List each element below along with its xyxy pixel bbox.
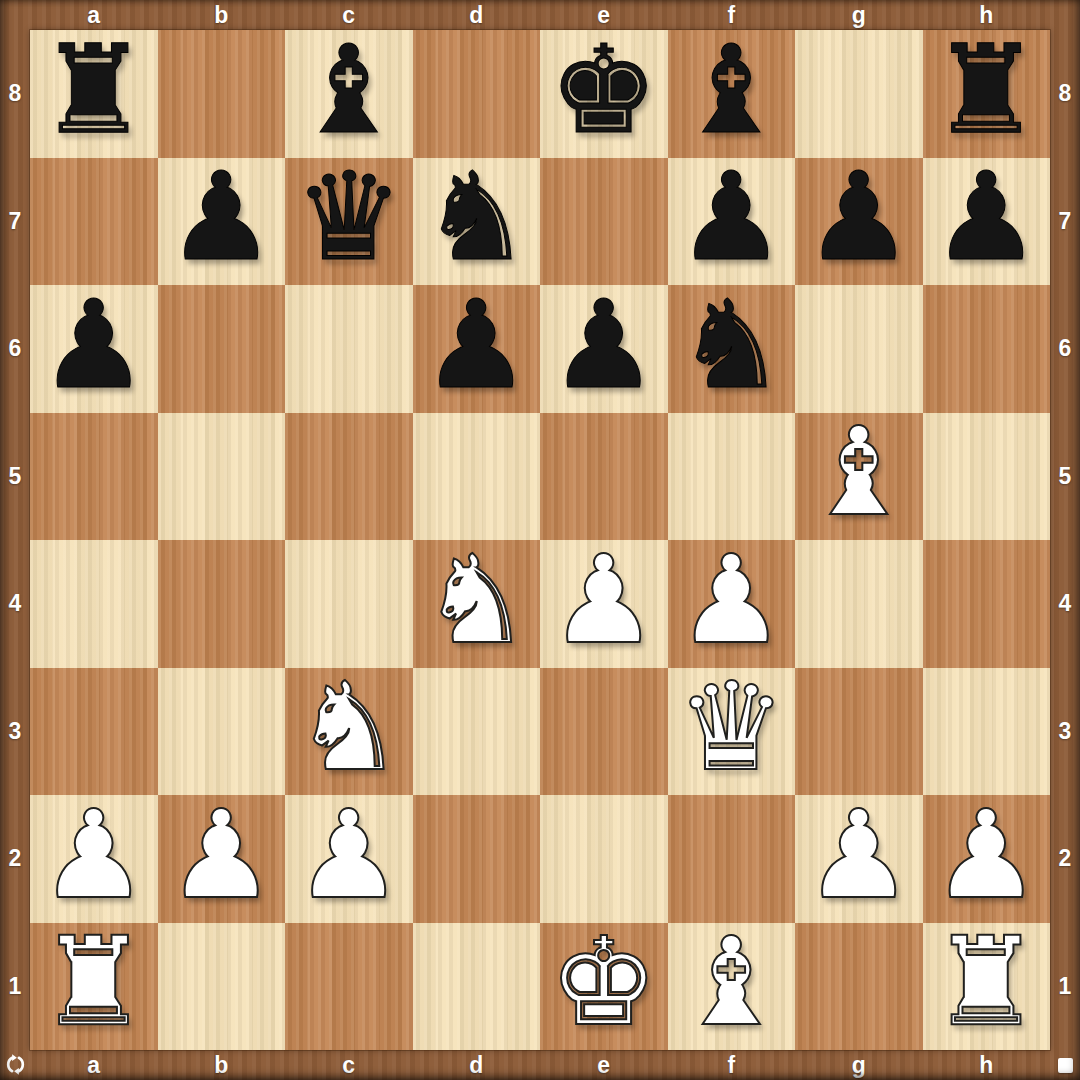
rank-label-3: 3: [1050, 668, 1080, 796]
square-f4[interactable]: ♟: [668, 540, 796, 668]
chess-board[interactable]: ♜♝♚♝♜♟♛♞♟♟♟♟♟♟♞♝♞♟♟♞♛♟♟♟♟♟♜♚♝♜: [30, 30, 1050, 1050]
square-h2[interactable]: ♟: [923, 795, 1051, 923]
white-pawn-f4[interactable]: ♟: [677, 539, 786, 661]
square-c7[interactable]: ♛: [285, 158, 413, 286]
square-a7[interactable]: [30, 158, 158, 286]
square-h5[interactable]: [923, 413, 1051, 541]
rank-label-6: 6: [1050, 285, 1080, 413]
square-e3[interactable]: [540, 668, 668, 796]
square-f3[interactable]: ♛: [668, 668, 796, 796]
white-pawn-c2[interactable]: ♟: [294, 794, 403, 916]
square-g6[interactable]: [795, 285, 923, 413]
square-a2[interactable]: ♟: [30, 795, 158, 923]
black-pawn-g7[interactable]: ♟: [804, 156, 913, 278]
flip-board-button[interactable]: [4, 1053, 27, 1076]
white-to-move-indicator: [1058, 1058, 1073, 1073]
black-queen-c7[interactable]: ♛: [294, 156, 403, 278]
chess-board-frame: abcdefgh abcdefgh 87654321 87654321 ♜♝♚♝…: [0, 0, 1080, 1080]
square-h3[interactable]: [923, 668, 1051, 796]
square-d7[interactable]: ♞: [413, 158, 541, 286]
file-label-h: h: [923, 1050, 1051, 1080]
square-b7[interactable]: ♟: [158, 158, 286, 286]
file-label-e: e: [540, 1050, 668, 1080]
white-bishop-g5[interactable]: ♝: [804, 411, 913, 533]
square-g7[interactable]: ♟: [795, 158, 923, 286]
rank-label-7: 7: [1050, 158, 1080, 286]
file-label-d: d: [413, 0, 541, 30]
file-label-f: f: [668, 1050, 796, 1080]
rank-label-5: 5: [1050, 413, 1080, 541]
white-queen-f3[interactable]: ♛: [677, 666, 786, 788]
black-rook-h8[interactable]: ♜: [932, 29, 1041, 151]
square-b1[interactable]: [158, 923, 286, 1051]
white-rook-a1[interactable]: ♜: [39, 921, 148, 1043]
square-g1[interactable]: [795, 923, 923, 1051]
square-b6[interactable]: [158, 285, 286, 413]
white-pawn-h2[interactable]: ♟: [932, 794, 1041, 916]
black-pawn-e6[interactable]: ♟: [549, 284, 658, 406]
file-label-g: g: [795, 0, 923, 30]
white-knight-c3[interactable]: ♞: [294, 666, 403, 788]
file-labels-top: abcdefgh: [30, 0, 1050, 30]
square-d8[interactable]: [413, 30, 541, 158]
square-h4[interactable]: [923, 540, 1051, 668]
square-g3[interactable]: [795, 668, 923, 796]
square-h7[interactable]: ♟: [923, 158, 1051, 286]
square-b5[interactable]: [158, 413, 286, 541]
square-e8[interactable]: ♚: [540, 30, 668, 158]
square-c8[interactable]: ♝: [285, 30, 413, 158]
square-h8[interactable]: ♜: [923, 30, 1051, 158]
rank-labels-left: 87654321: [0, 30, 30, 1050]
flip-board-icon: [4, 1053, 27, 1076]
square-c5[interactable]: [285, 413, 413, 541]
rank-label-4: 4: [0, 540, 30, 668]
square-a6[interactable]: ♟: [30, 285, 158, 413]
square-e5[interactable]: [540, 413, 668, 541]
square-f7[interactable]: ♟: [668, 158, 796, 286]
square-d6[interactable]: ♟: [413, 285, 541, 413]
black-bishop-c8[interactable]: ♝: [294, 29, 403, 151]
square-c4[interactable]: [285, 540, 413, 668]
square-c3[interactable]: ♞: [285, 668, 413, 796]
square-a3[interactable]: [30, 668, 158, 796]
rank-label-2: 2: [1050, 795, 1080, 923]
square-g2[interactable]: ♟: [795, 795, 923, 923]
black-pawn-f7[interactable]: ♟: [677, 156, 786, 278]
square-b4[interactable]: [158, 540, 286, 668]
white-pawn-a2[interactable]: ♟: [39, 794, 148, 916]
rank-label-3: 3: [0, 668, 30, 796]
white-rook-h1[interactable]: ♜: [932, 921, 1041, 1043]
black-pawn-d6[interactable]: ♟: [422, 284, 531, 406]
rank-label-1: 1: [0, 923, 30, 1051]
black-pawn-a6[interactable]: ♟: [39, 284, 148, 406]
square-e7[interactable]: [540, 158, 668, 286]
square-g4[interactable]: [795, 540, 923, 668]
file-label-a: a: [30, 1050, 158, 1080]
rank-label-8: 8: [1050, 30, 1080, 158]
square-f2[interactable]: [668, 795, 796, 923]
square-a8[interactable]: ♜: [30, 30, 158, 158]
square-g5[interactable]: ♝: [795, 413, 923, 541]
file-label-g: g: [795, 1050, 923, 1080]
black-bishop-f8[interactable]: ♝: [677, 29, 786, 151]
white-pawn-b2[interactable]: ♟: [167, 794, 276, 916]
rank-label-4: 4: [1050, 540, 1080, 668]
square-f5[interactable]: [668, 413, 796, 541]
square-d5[interactable]: [413, 413, 541, 541]
rank-labels-right: 87654321: [1050, 30, 1080, 1050]
black-king-e8[interactable]: ♚: [549, 29, 658, 151]
white-pawn-g2[interactable]: ♟: [804, 794, 913, 916]
rank-label-6: 6: [0, 285, 30, 413]
square-b3[interactable]: [158, 668, 286, 796]
file-label-d: d: [413, 1050, 541, 1080]
square-f1[interactable]: ♝: [668, 923, 796, 1051]
square-c6[interactable]: [285, 285, 413, 413]
white-bishop-f1[interactable]: ♝: [677, 921, 786, 1043]
square-a1[interactable]: ♜: [30, 923, 158, 1051]
square-d2[interactable]: [413, 795, 541, 923]
file-label-b: b: [158, 0, 286, 30]
square-e6[interactable]: ♟: [540, 285, 668, 413]
square-e2[interactable]: [540, 795, 668, 923]
square-h1[interactable]: ♜: [923, 923, 1051, 1051]
square-c1[interactable]: [285, 923, 413, 1051]
black-knight-d7[interactable]: ♞: [422, 156, 531, 278]
rank-label-1: 1: [1050, 923, 1080, 1051]
white-pawn-e4[interactable]: ♟: [549, 539, 658, 661]
black-pawn-b7[interactable]: ♟: [167, 156, 276, 278]
square-e4[interactable]: ♟: [540, 540, 668, 668]
file-labels-bottom: abcdefgh: [30, 1050, 1050, 1080]
square-d3[interactable]: [413, 668, 541, 796]
white-king-e1[interactable]: ♚: [549, 921, 658, 1043]
rank-label-7: 7: [0, 158, 30, 286]
rank-label-2: 2: [0, 795, 30, 923]
square-h6[interactable]: [923, 285, 1051, 413]
file-label-c: c: [285, 1050, 413, 1080]
rank-label-5: 5: [0, 413, 30, 541]
square-f8[interactable]: ♝: [668, 30, 796, 158]
rank-label-8: 8: [0, 30, 30, 158]
black-rook-a8[interactable]: ♜: [39, 29, 148, 151]
white-knight-d4[interactable]: ♞: [422, 539, 531, 661]
square-d4[interactable]: ♞: [413, 540, 541, 668]
square-b8[interactable]: [158, 30, 286, 158]
square-g8[interactable]: [795, 30, 923, 158]
file-label-b: b: [158, 1050, 286, 1080]
square-b2[interactable]: ♟: [158, 795, 286, 923]
square-a5[interactable]: [30, 413, 158, 541]
square-d1[interactable]: [413, 923, 541, 1051]
square-a4[interactable]: [30, 540, 158, 668]
black-pawn-h7[interactable]: ♟: [932, 156, 1041, 278]
square-e1[interactable]: ♚: [540, 923, 668, 1051]
square-c2[interactable]: ♟: [285, 795, 413, 923]
black-knight-f6[interactable]: ♞: [677, 284, 786, 406]
square-f6[interactable]: ♞: [668, 285, 796, 413]
